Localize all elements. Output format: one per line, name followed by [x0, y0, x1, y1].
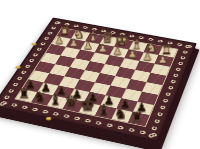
square-h2: ♟	[155, 55, 174, 67]
piece-white-pawn: ♟	[110, 45, 126, 56]
square-e4	[100, 63, 120, 75]
piece-white-pawn: ♟	[140, 51, 156, 62]
board-perspective-wrap: ♜♞♝♛♚♝♞♜♟♟♟♟♟♟♟♟♟♟♟♟♟♟♟♟♜♞♝♛♚♝♞♜	[0, 17, 197, 141]
piece-black-rook: ♜	[128, 110, 145, 124]
piece-black-bishop: ♝	[47, 92, 64, 106]
square-h8: ♜	[128, 111, 149, 125]
piece-black-knight: ♞	[112, 106, 129, 120]
square-a5	[35, 61, 56, 73]
piece-black-rook: ♜	[16, 87, 33, 100]
chess-set-photo: ♜♞♝♛♚♝♞♜♟♟♟♟♟♟♟♟♟♟♟♟♟♟♟♟♜♞♝♛♚♝♞♜	[0, 0, 200, 149]
piece-white-pawn: ♟	[66, 37, 81, 48]
square-d5	[80, 70, 100, 82]
piece-white-pawn: ♟	[125, 48, 141, 59]
piece-white-pawn: ♟	[95, 43, 110, 54]
piece-black-king: ♚	[79, 96, 96, 113]
piece-black-bishop: ♝	[95, 102, 112, 117]
square-h5	[142, 82, 162, 95]
square-h4	[146, 72, 166, 84]
piece-black-queen: ♛	[63, 94, 80, 110]
piece-white-pawn: ♟	[80, 40, 95, 51]
piece-white-pawn: ♟	[155, 54, 171, 65]
piece-black-knight: ♞	[31, 89, 48, 103]
piece-white-pawn: ♟	[52, 35, 67, 45]
